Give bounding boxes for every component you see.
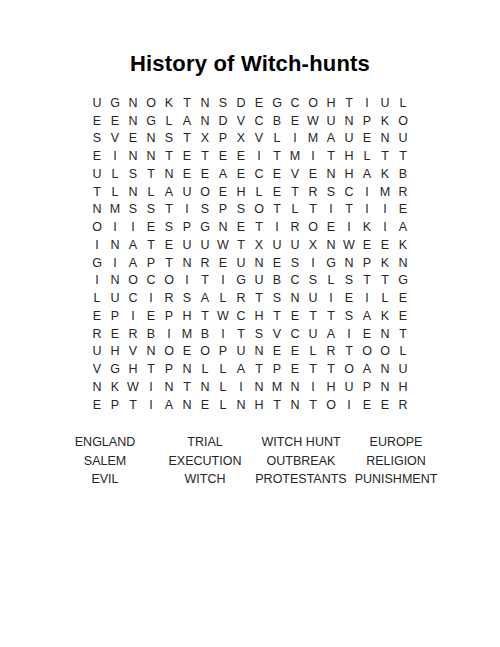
grid-cell-r14c11[interactable]: V [268,325,286,343]
grid-cell-r7c5[interactable]: T [160,201,178,219]
grid-cell-r3c4[interactable]: N [142,130,160,148]
grid-cell-r11c17[interactable]: T [376,272,394,290]
grid-cell-r15c17[interactable]: O [376,343,394,361]
grid-cell-r12c11[interactable]: S [268,289,286,307]
grid-cell-r12c14[interactable]: I [322,289,340,307]
grid-cell-r11c1[interactable]: I [88,272,106,290]
grid-cell-r11c8[interactable]: I [214,272,232,290]
grid-cell-r14c15[interactable]: I [340,325,358,343]
grid-cell-r18c9[interactable]: N [232,396,250,414]
grid-cell-r15c3[interactable]: V [124,343,142,361]
grid-cell-r13c16[interactable]: A [358,307,376,325]
grid-cell-r9c16[interactable]: E [358,236,376,254]
grid-cell-r1c8[interactable]: S [214,94,232,112]
grid-cell-r13c3[interactable]: I [124,307,142,325]
grid-cell-r3c18[interactable]: U [394,130,412,148]
grid-cell-r17c11[interactable]: M [268,378,286,396]
grid-cell-r15c11[interactable]: E [268,343,286,361]
grid-cell-r5c13[interactable]: E [304,165,322,183]
grid-cell-r11c5[interactable]: O [160,272,178,290]
grid-cell-r11c6[interactable]: I [178,272,196,290]
grid-cell-r16c4[interactable]: T [142,360,160,378]
grid-cell-r9c11[interactable]: U [268,236,286,254]
grid-cell-r16c3[interactable]: H [124,360,142,378]
grid-cell-r13c2[interactable]: P [106,307,124,325]
grid-cell-r4c17[interactable]: T [376,147,394,165]
grid-cell-r10c16[interactable]: P [358,254,376,272]
grid-cell-r12c7[interactable]: A [196,289,214,307]
grid-cell-r12c1[interactable]: L [88,289,106,307]
grid-cell-r5c14[interactable]: N [322,165,340,183]
grid-cell-r14c18[interactable]: T [394,325,412,343]
grid-cell-r2c16[interactable]: P [358,112,376,130]
grid-cell-r6c10[interactable]: L [250,183,268,201]
grid-cell-r6c13[interactable]: R [304,183,322,201]
grid-cell-r17c15[interactable]: U [340,378,358,396]
grid-cell-r14c10[interactable]: S [250,325,268,343]
grid-cell-r3c11[interactable]: L [268,130,286,148]
grid-cell-r16c10[interactable]: T [250,360,268,378]
grid-cell-r10c8[interactable]: E [214,254,232,272]
grid-cell-r7c2[interactable]: M [106,201,124,219]
grid-cell-r6c2[interactable]: L [106,183,124,201]
grid-cell-r1c7[interactable]: N [196,94,214,112]
grid-cell-r2c7[interactable]: N [196,112,214,130]
grid-cell-r3c8[interactable]: P [214,130,232,148]
grid-cell-r4c11[interactable]: T [268,147,286,165]
grid-cell-r15c9[interactable]: U [232,343,250,361]
grid-cell-r10c14[interactable]: G [322,254,340,272]
grid-cell-r17c6[interactable]: T [178,378,196,396]
grid-cell-r8c7[interactable]: G [196,218,214,236]
grid-cell-r5c9[interactable]: E [232,165,250,183]
grid-cell-r6c8[interactable]: E [214,183,232,201]
grid-cell-r10c4[interactable]: P [142,254,160,272]
grid-cell-r8c15[interactable]: I [340,218,358,236]
grid-cell-r2c12[interactable]: E [286,112,304,130]
grid-cell-r15c18[interactable]: L [394,343,412,361]
grid-cell-r15c8[interactable]: P [214,343,232,361]
grid-cell-r4c16[interactable]: L [358,147,376,165]
grid-cell-r7c14[interactable]: I [322,201,340,219]
grid-cell-r10c9[interactable]: U [232,254,250,272]
grid-cell-r11c15[interactable]: S [340,272,358,290]
grid-cell-r7c6[interactable]: I [178,201,196,219]
grid-cell-r14c7[interactable]: B [196,325,214,343]
grid-cell-r7c18[interactable]: E [394,201,412,219]
grid-cell-r4c7[interactable]: T [196,147,214,165]
grid-cell-r4c13[interactable]: I [304,147,322,165]
grid-cell-r1c15[interactable]: T [340,94,358,112]
grid-cell-r9c17[interactable]: E [376,236,394,254]
grid-cell-r18c2[interactable]: P [106,396,124,414]
grid-cell-r1c11[interactable]: G [268,94,286,112]
grid-cell-r6c12[interactable]: T [286,183,304,201]
grid-cell-r7c3[interactable]: S [124,201,142,219]
grid-cell-r6c7[interactable]: O [196,183,214,201]
grid-cell-r10c2[interactable]: I [106,254,124,272]
grid-cell-r1c17[interactable]: U [376,94,394,112]
grid-cell-r1c16[interactable]: I [358,94,376,112]
grid-cell-r16c8[interactable]: L [214,360,232,378]
grid-cell-r6c17[interactable]: M [376,183,394,201]
grid-cell-r15c10[interactable]: N [250,343,268,361]
grid-cell-r6c3[interactable]: N [124,183,142,201]
grid-cell-r16c11[interactable]: P [268,360,286,378]
grid-cell-r16c16[interactable]: A [358,360,376,378]
grid-cell-r17c10[interactable]: N [250,378,268,396]
grid-cell-r3c1[interactable]: S [88,130,106,148]
grid-cell-r2c18[interactable]: O [394,112,412,130]
grid-cell-r14c6[interactable]: M [178,325,196,343]
grid-cell-r15c4[interactable]: N [142,343,160,361]
grid-cell-r8c12[interactable]: R [286,218,304,236]
grid-cell-r6c4[interactable]: L [142,183,160,201]
grid-cell-r15c6[interactable]: E [178,343,196,361]
grid-cell-r6c9[interactable]: H [232,183,250,201]
grid-cell-r2c4[interactable]: G [142,112,160,130]
grid-cell-r11c3[interactable]: O [124,272,142,290]
grid-cell-r11c12[interactable]: C [286,272,304,290]
grid-cell-r1c12[interactable]: C [286,94,304,112]
grid-cell-r5c6[interactable]: E [178,165,196,183]
grid-cell-r9c3[interactable]: A [124,236,142,254]
grid-cell-r3c14[interactable]: A [322,130,340,148]
grid-cell-r2c2[interactable]: E [106,112,124,130]
grid-cell-r13c5[interactable]: P [160,307,178,325]
grid-cell-r8c2[interactable]: I [106,218,124,236]
grid-cell-r18c18[interactable]: R [394,396,412,414]
grid-cell-r8c1[interactable]: O [88,218,106,236]
grid-cell-r13c15[interactable]: S [340,307,358,325]
grid-cell-r4c9[interactable]: E [232,147,250,165]
grid-cell-r13c6[interactable]: H [178,307,196,325]
grid-cell-r4c18[interactable]: T [394,147,412,165]
grid-cell-r9c14[interactable]: N [322,236,340,254]
grid-cell-r7c9[interactable]: S [232,201,250,219]
grid-cell-r4c15[interactable]: H [340,147,358,165]
grid-cell-r13c18[interactable]: E [394,307,412,325]
grid-cell-r13c1[interactable]: E [88,307,106,325]
grid-cell-r13c7[interactable]: T [196,307,214,325]
grid-cell-r14c4[interactable]: B [142,325,160,343]
grid-cell-r16c7[interactable]: L [196,360,214,378]
grid-cell-r16c17[interactable]: N [376,360,394,378]
grid-cell-r15c12[interactable]: E [286,343,304,361]
grid-cell-r15c14[interactable]: R [322,343,340,361]
grid-cell-r2c6[interactable]: A [178,112,196,130]
grid-cell-r4c5[interactable]: T [160,147,178,165]
grid-cell-r17c4[interactable]: I [142,378,160,396]
grid-cell-r17c3[interactable]: W [124,378,142,396]
grid-cell-r8c10[interactable]: T [250,218,268,236]
grid-cell-r1c6[interactable]: T [178,94,196,112]
grid-cell-r5c1[interactable]: U [88,165,106,183]
grid-cell-r16c13[interactable]: T [304,360,322,378]
grid-cell-r3c2[interactable]: V [106,130,124,148]
grid-cell-r18c17[interactable]: E [376,396,394,414]
grid-cell-r7c15[interactable]: T [340,201,358,219]
grid-cell-r5c15[interactable]: H [340,165,358,183]
grid-cell-r17c7[interactable]: N [196,378,214,396]
grid-cell-r14c17[interactable]: N [376,325,394,343]
grid-cell-r7c7[interactable]: S [196,201,214,219]
grid-cell-r18c6[interactable]: N [178,396,196,414]
grid-cell-r7c10[interactable]: O [250,201,268,219]
grid-cell-r5c7[interactable]: E [196,165,214,183]
grid-cell-r6c5[interactable]: A [160,183,178,201]
grid-cell-r2c8[interactable]: D [214,112,232,130]
grid-cell-r18c11[interactable]: T [268,396,286,414]
grid-cell-r10c5[interactable]: T [160,254,178,272]
grid-cell-r16c6[interactable]: N [178,360,196,378]
grid-cell-r2c1[interactable]: E [88,112,106,130]
grid-cell-r17c18[interactable]: H [394,378,412,396]
grid-cell-r1c18[interactable]: L [394,94,412,112]
grid-cell-r8c13[interactable]: O [304,218,322,236]
grid-cell-r12c9[interactable]: R [232,289,250,307]
grid-cell-r8c14[interactable]: E [322,218,340,236]
grid-cell-r1c13[interactable]: O [304,94,322,112]
grid-cell-r1c5[interactable]: K [160,94,178,112]
grid-cell-r13c8[interactable]: W [214,307,232,325]
grid-cell-r8c8[interactable]: N [214,218,232,236]
grid-cell-r8c6[interactable]: P [178,218,196,236]
grid-cell-r14c3[interactable]: R [124,325,142,343]
grid-cell-r8c5[interactable]: S [160,218,178,236]
grid-cell-r2c3[interactable]: N [124,112,142,130]
grid-cell-r2c11[interactable]: B [268,112,286,130]
grid-cell-r2c14[interactable]: U [322,112,340,130]
grid-cell-r4c8[interactable]: E [214,147,232,165]
grid-cell-r13c13[interactable]: T [304,307,322,325]
grid-cell-r5c10[interactable]: C [250,165,268,183]
grid-cell-r9c10[interactable]: X [250,236,268,254]
grid-cell-r6c6[interactable]: U [178,183,196,201]
grid-cell-r9c7[interactable]: U [196,236,214,254]
grid-cell-r18c8[interactable]: L [214,396,232,414]
grid-cell-r15c1[interactable]: U [88,343,106,361]
grid-cell-r7c8[interactable]: P [214,201,232,219]
grid-cell-r4c10[interactable]: I [250,147,268,165]
grid-cell-r10c17[interactable]: K [376,254,394,272]
grid-cell-r18c13[interactable]: T [304,396,322,414]
grid-cell-r13c11[interactable]: T [268,307,286,325]
grid-cell-r3c17[interactable]: N [376,130,394,148]
grid-cell-r15c7[interactable]: O [196,343,214,361]
grid-cell-r14c9[interactable]: T [232,325,250,343]
grid-cell-r3c13[interactable]: M [304,130,322,148]
grid-cell-r18c4[interactable]: I [142,396,160,414]
grid-cell-r7c4[interactable]: S [142,201,160,219]
grid-cell-r7c1[interactable]: N [88,201,106,219]
grid-cell-r15c2[interactable]: H [106,343,124,361]
grid-cell-r17c1[interactable]: N [88,378,106,396]
grid-cell-r18c16[interactable]: E [358,396,376,414]
grid-cell-r5c12[interactable]: V [286,165,304,183]
grid-cell-r12c16[interactable]: I [358,289,376,307]
grid-cell-r4c4[interactable]: N [142,147,160,165]
grid-cell-r8c18[interactable]: A [394,218,412,236]
grid-cell-r3c15[interactable]: U [340,130,358,148]
grid-cell-r10c12[interactable]: S [286,254,304,272]
grid-cell-r1c10[interactable]: E [250,94,268,112]
grid-cell-r10c11[interactable]: E [268,254,286,272]
grid-cell-r17c13[interactable]: I [304,378,322,396]
grid-cell-r5c18[interactable]: B [394,165,412,183]
grid-cell-r1c4[interactable]: O [142,94,160,112]
grid-cell-r7c12[interactable]: L [286,201,304,219]
grid-cell-r1c14[interactable]: H [322,94,340,112]
grid-cell-r18c10[interactable]: H [250,396,268,414]
grid-cell-r3c9[interactable]: X [232,130,250,148]
grid-cell-r3c10[interactable]: V [250,130,268,148]
grid-cell-r4c3[interactable]: N [124,147,142,165]
grid-cell-r17c5[interactable]: N [160,378,178,396]
grid-cell-r7c13[interactable]: T [304,201,322,219]
grid-cell-r13c12[interactable]: E [286,307,304,325]
grid-cell-r10c13[interactable]: I [304,254,322,272]
grid-cell-r16c12[interactable]: E [286,360,304,378]
grid-cell-r17c17[interactable]: N [376,378,394,396]
grid-cell-r10c15[interactable]: N [340,254,358,272]
grid-cell-r12c6[interactable]: S [178,289,196,307]
grid-cell-r5c8[interactable]: A [214,165,232,183]
grid-cell-r3c3[interactable]: E [124,130,142,148]
grid-cell-r11c7[interactable]: T [196,272,214,290]
grid-cell-r16c5[interactable]: P [160,360,178,378]
grid-cell-r7c17[interactable]: I [376,201,394,219]
grid-cell-r13c4[interactable]: E [142,307,160,325]
grid-cell-r12c18[interactable]: E [394,289,412,307]
grid-cell-r10c6[interactable]: N [178,254,196,272]
grid-cell-r11c11[interactable]: B [268,272,286,290]
grid-cell-r5c4[interactable]: T [142,165,160,183]
grid-cell-r17c8[interactable]: L [214,378,232,396]
grid-cell-r11c10[interactable]: U [250,272,268,290]
grid-cell-r2c15[interactable]: N [340,112,358,130]
grid-cell-r10c7[interactable]: R [196,254,214,272]
grid-cell-r4c2[interactable]: I [106,147,124,165]
grid-cell-r9c13[interactable]: X [304,236,322,254]
grid-cell-r9c9[interactable]: T [232,236,250,254]
grid-cell-r3c5[interactable]: S [160,130,178,148]
grid-cell-r18c5[interactable]: A [160,396,178,414]
grid-cell-r8c16[interactable]: K [358,218,376,236]
grid-cell-r18c15[interactable]: I [340,396,358,414]
grid-cell-r14c16[interactable]: E [358,325,376,343]
grid-cell-r9c6[interactable]: U [178,236,196,254]
grid-cell-r4c1[interactable]: E [88,147,106,165]
grid-cell-r16c14[interactable]: T [322,360,340,378]
grid-cell-r6c15[interactable]: C [340,183,358,201]
grid-cell-r1c9[interactable]: D [232,94,250,112]
grid-cell-r8c11[interactable]: I [268,218,286,236]
grid-cell-r6c14[interactable]: S [322,183,340,201]
grid-cell-r14c5[interactable]: I [160,325,178,343]
grid-cell-r9c12[interactable]: U [286,236,304,254]
grid-cell-r13c9[interactable]: C [232,307,250,325]
grid-cell-r2c5[interactable]: L [160,112,178,130]
grid-cell-r16c18[interactable]: U [394,360,412,378]
grid-cell-r9c8[interactable]: W [214,236,232,254]
grid-cell-r1c3[interactable]: N [124,94,142,112]
grid-cell-r13c10[interactable]: H [250,307,268,325]
grid-cell-r16c9[interactable]: A [232,360,250,378]
grid-cell-r5c5[interactable]: N [160,165,178,183]
grid-cell-r7c11[interactable]: T [268,201,286,219]
grid-cell-r16c2[interactable]: G [106,360,124,378]
grid-cell-r6c1[interactable]: T [88,183,106,201]
grid-cell-r9c1[interactable]: I [88,236,106,254]
grid-cell-r15c16[interactable]: O [358,343,376,361]
grid-cell-r3c12[interactable]: I [286,130,304,148]
grid-cell-r12c4[interactable]: I [142,289,160,307]
grid-cell-r5c11[interactable]: E [268,165,286,183]
grid-cell-r11c18[interactable]: G [394,272,412,290]
grid-cell-r3c7[interactable]: X [196,130,214,148]
grid-cell-r3c6[interactable]: T [178,130,196,148]
grid-cell-r10c1[interactable]: G [88,254,106,272]
grid-cell-r18c12[interactable]: N [286,396,304,414]
grid-cell-r12c12[interactable]: N [286,289,304,307]
grid-cell-r14c2[interactable]: E [106,325,124,343]
grid-cell-r9c15[interactable]: W [340,236,358,254]
grid-cell-r14c14[interactable]: A [322,325,340,343]
grid-cell-r4c6[interactable]: E [178,147,196,165]
grid-cell-r6c16[interactable]: I [358,183,376,201]
grid-cell-r6c18[interactable]: R [394,183,412,201]
grid-cell-r14c12[interactable]: C [286,325,304,343]
grid-cell-r11c4[interactable]: C [142,272,160,290]
grid-cell-r1c1[interactable]: U [88,94,106,112]
grid-cell-r18c3[interactable]: T [124,396,142,414]
grid-cell-r16c1[interactable]: V [88,360,106,378]
grid-cell-r5c3[interactable]: S [124,165,142,183]
grid-cell-r10c10[interactable]: N [250,254,268,272]
grid-cell-r8c3[interactable]: I [124,218,142,236]
grid-cell-r10c3[interactable]: A [124,254,142,272]
grid-cell-r8c4[interactable]: E [142,218,160,236]
grid-cell-r9c5[interactable]: E [160,236,178,254]
grid-cell-r17c16[interactable]: P [358,378,376,396]
grid-cell-r16c15[interactable]: O [340,360,358,378]
grid-cell-r9c2[interactable]: N [106,236,124,254]
grid-cell-r10c18[interactable]: N [394,254,412,272]
grid-cell-r11c14[interactable]: L [322,272,340,290]
grid-cell-r13c14[interactable]: T [322,307,340,325]
grid-cell-r12c15[interactable]: E [340,289,358,307]
grid-cell-r12c3[interactable]: C [124,289,142,307]
grid-cell-r12c5[interactable]: R [160,289,178,307]
grid-cell-r11c13[interactable]: S [304,272,322,290]
grid-cell-r12c17[interactable]: L [376,289,394,307]
grid-cell-r2c10[interactable]: C [250,112,268,130]
grid-cell-r8c9[interactable]: E [232,218,250,236]
grid-cell-r2c9[interactable]: V [232,112,250,130]
grid-cell-r5c17[interactable]: K [376,165,394,183]
grid-cell-r18c14[interactable]: O [322,396,340,414]
grid-cell-r3c16[interactable]: E [358,130,376,148]
grid-cell-r4c12[interactable]: M [286,147,304,165]
grid-cell-r2c13[interactable]: W [304,112,322,130]
grid-cell-r15c15[interactable]: T [340,343,358,361]
grid-cell-r12c10[interactable]: T [250,289,268,307]
grid-cell-r2c17[interactable]: K [376,112,394,130]
grid-cell-r12c2[interactable]: U [106,289,124,307]
grid-cell-r14c1[interactable]: R [88,325,106,343]
grid-cell-r4c14[interactable]: T [322,147,340,165]
